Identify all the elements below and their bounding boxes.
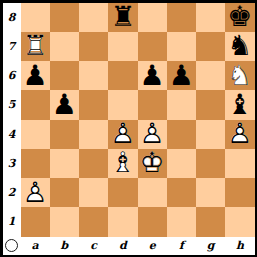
file-labels: abcdefgh xyxy=(21,237,255,255)
file-label-c: c xyxy=(79,237,108,255)
black-pawn[interactable]: ♟ xyxy=(138,61,167,90)
square-e3[interactable]: ♚♔ xyxy=(138,149,167,178)
square-c2[interactable] xyxy=(79,178,108,207)
square-g1[interactable] xyxy=(196,207,225,236)
square-f3[interactable] xyxy=(167,149,196,178)
square-g8[interactable] xyxy=(196,3,225,32)
square-g3[interactable] xyxy=(196,149,225,178)
square-g6[interactable] xyxy=(196,61,225,90)
square-h5[interactable]: ♝ xyxy=(225,90,254,119)
square-a5[interactable] xyxy=(21,90,50,119)
black-king[interactable]: ♚ xyxy=(225,3,254,32)
square-a1[interactable] xyxy=(21,207,50,236)
square-e6[interactable]: ♟ xyxy=(138,61,167,90)
white-bishop[interactable]: ♝♗ xyxy=(108,149,137,178)
square-c1[interactable] xyxy=(79,207,108,236)
piece-glyph: ♜ xyxy=(108,3,137,32)
file-label-a: a xyxy=(21,237,50,255)
square-d5[interactable] xyxy=(108,90,137,119)
rank-label-5: 5 xyxy=(3,90,21,119)
square-h1[interactable] xyxy=(225,207,254,236)
white-king[interactable]: ♚♔ xyxy=(138,149,167,178)
square-h7[interactable]: ♞ xyxy=(225,32,254,61)
piece-outline: ♖ xyxy=(21,32,50,61)
square-d1[interactable] xyxy=(108,207,137,236)
square-f7[interactable] xyxy=(167,32,196,61)
square-e7[interactable] xyxy=(138,32,167,61)
square-e5[interactable] xyxy=(138,90,167,119)
square-f2[interactable] xyxy=(167,178,196,207)
piece-outline: ♗ xyxy=(108,149,137,178)
black-rook[interactable]: ♜ xyxy=(108,3,137,32)
square-h8[interactable]: ♚ xyxy=(225,3,254,32)
piece-outline: ♘ xyxy=(225,61,254,90)
white-pawn[interactable]: ♟♙ xyxy=(21,178,50,207)
square-a7[interactable]: ♜♖ xyxy=(21,32,50,61)
black-pawn[interactable]: ♟ xyxy=(21,61,50,90)
rank-label-2: 2 xyxy=(3,178,21,207)
square-b8[interactable] xyxy=(50,3,79,32)
square-f4[interactable] xyxy=(167,120,196,149)
square-f8[interactable] xyxy=(167,3,196,32)
square-h3[interactable] xyxy=(225,149,254,178)
chess-board[interactable]: ♜♚♜♖♞♟♟♟♞♘♟♝♟♙♟♙♟♙♝♗♚♔♟♙ xyxy=(21,3,255,237)
piece-glyph: ♟ xyxy=(167,61,196,90)
square-g2[interactable] xyxy=(196,178,225,207)
piece-glyph: ♝ xyxy=(225,90,254,119)
square-e1[interactable] xyxy=(138,207,167,236)
square-a4[interactable] xyxy=(21,120,50,149)
rank-label-3: 3 xyxy=(3,149,21,178)
square-c3[interactable] xyxy=(79,149,108,178)
square-d3[interactable]: ♝♗ xyxy=(108,149,137,178)
square-f5[interactable] xyxy=(167,90,196,119)
square-a8[interactable] xyxy=(21,3,50,32)
white-knight[interactable]: ♞♘ xyxy=(225,61,254,90)
square-b7[interactable] xyxy=(50,32,79,61)
square-f1[interactable] xyxy=(167,207,196,236)
square-d6[interactable] xyxy=(108,61,137,90)
square-e2[interactable] xyxy=(138,178,167,207)
square-g7[interactable] xyxy=(196,32,225,61)
square-b3[interactable] xyxy=(50,149,79,178)
square-b5[interactable]: ♟ xyxy=(50,90,79,119)
square-g4[interactable] xyxy=(196,120,225,149)
square-d4[interactable]: ♟♙ xyxy=(108,120,137,149)
file-label-b: b xyxy=(50,237,79,255)
black-pawn[interactable]: ♟ xyxy=(167,61,196,90)
square-b1[interactable] xyxy=(50,207,79,236)
white-pawn[interactable]: ♟♙ xyxy=(108,120,137,149)
square-d7[interactable] xyxy=(108,32,137,61)
square-c6[interactable] xyxy=(79,61,108,90)
square-c7[interactable] xyxy=(79,32,108,61)
file-label-g: g xyxy=(196,237,225,255)
square-d8[interactable]: ♜ xyxy=(108,3,137,32)
square-c5[interactable] xyxy=(79,90,108,119)
piece-outline: ♔ xyxy=(138,149,167,178)
piece-glyph: ♟ xyxy=(21,61,50,90)
black-bishop[interactable]: ♝ xyxy=(225,90,254,119)
square-g5[interactable] xyxy=(196,90,225,119)
rank-label-6: 6 xyxy=(3,61,21,90)
rank-label-7: 7 xyxy=(3,32,21,61)
piece-outline: ♙ xyxy=(21,178,50,207)
square-e8[interactable] xyxy=(138,3,167,32)
chess-diagram: 87654321 ♜♚♜♖♞♟♟♟♞♘♟♝♟♙♟♙♟♙♝♗♚♔♟♙ abcdef… xyxy=(0,0,257,257)
rank-label-8: 8 xyxy=(3,3,21,32)
piece-glyph: ♟ xyxy=(138,61,167,90)
rank-label-4: 4 xyxy=(3,120,21,149)
black-pawn[interactable]: ♟ xyxy=(50,90,79,119)
white-pawn[interactable]: ♟♙ xyxy=(225,120,254,149)
rank-label-1: 1 xyxy=(3,207,21,236)
square-h6[interactable]: ♞♘ xyxy=(225,61,254,90)
piece-outline: ♙ xyxy=(138,120,167,149)
file-label-e: e xyxy=(138,237,167,255)
black-knight[interactable]: ♞ xyxy=(225,32,254,61)
square-a2[interactable]: ♟♙ xyxy=(21,178,50,207)
piece-outline: ♙ xyxy=(108,120,137,149)
square-c8[interactable] xyxy=(79,3,108,32)
square-b4[interactable] xyxy=(50,120,79,149)
piece-glyph: ♚ xyxy=(225,3,254,32)
piece-outline: ♙ xyxy=(225,120,254,149)
piece-glyph: ♞ xyxy=(225,32,254,61)
square-h2[interactable] xyxy=(225,178,254,207)
square-a3[interactable] xyxy=(21,149,50,178)
side-to-move-indicator xyxy=(5,239,18,252)
square-f6[interactable]: ♟ xyxy=(167,61,196,90)
square-d2[interactable] xyxy=(108,178,137,207)
white-pawn[interactable]: ♟♙ xyxy=(138,120,167,149)
diagram-inner: 87654321 ♜♚♜♖♞♟♟♟♞♘♟♝♟♙♟♙♟♙♝♗♚♔♟♙ abcdef… xyxy=(3,3,255,255)
square-c4[interactable] xyxy=(79,120,108,149)
white-rook[interactable]: ♜♖ xyxy=(21,32,50,61)
square-b2[interactable] xyxy=(50,178,79,207)
file-label-d: d xyxy=(108,237,137,255)
square-b6[interactable] xyxy=(50,61,79,90)
square-e4[interactable]: ♟♙ xyxy=(138,120,167,149)
square-a6[interactable]: ♟ xyxy=(21,61,50,90)
file-label-h: h xyxy=(225,237,254,255)
rank-labels: 87654321 xyxy=(3,3,21,237)
square-h4[interactable]: ♟♙ xyxy=(225,120,254,149)
file-label-f: f xyxy=(167,237,196,255)
piece-glyph: ♟ xyxy=(50,90,79,119)
